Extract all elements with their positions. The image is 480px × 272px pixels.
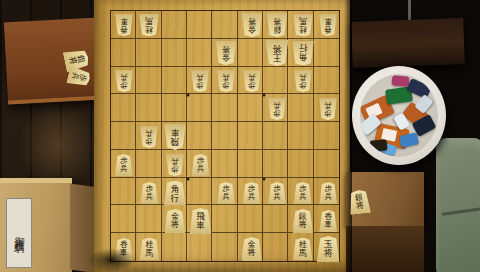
board-square[interactable] xyxy=(111,205,136,233)
board-square[interactable] xyxy=(111,39,136,67)
piece-kanji: 兵 xyxy=(222,73,230,81)
right-side-area xyxy=(350,0,480,272)
board-square[interactable] xyxy=(263,233,288,261)
shogi-piece-pawn-sente[interactable]: 歩兵 xyxy=(319,182,337,204)
board-square[interactable] xyxy=(314,39,339,67)
board-square[interactable] xyxy=(288,122,313,150)
board-square[interactable] xyxy=(263,67,288,95)
shogi-piece-pawn-sente[interactable]: 歩兵 xyxy=(294,182,312,204)
piece-kanji: 兵 xyxy=(324,101,332,109)
hoshi-dot xyxy=(263,178,266,181)
piece-kanji: 兵 xyxy=(248,193,256,201)
shogi-piece-pawn-sente[interactable]: 歩兵 xyxy=(140,182,158,204)
candy-wrapper xyxy=(392,75,410,87)
piece-kanji: 馬 xyxy=(145,249,153,258)
shogi-piece-king-sente[interactable]: 玉将 xyxy=(317,236,340,262)
piece-kanji: 兵 xyxy=(120,73,128,81)
board-square[interactable] xyxy=(162,39,187,67)
piece-kanji: 兵 xyxy=(299,193,307,201)
shogi-photo-scene: 御将棋駒 香車桂馬金将銀将桂馬香車金将王将角行歩兵歩兵歩兵歩兵歩兵歩兵歩兵歩兵飛… xyxy=(0,0,480,272)
piece-kanji: 車 xyxy=(324,221,332,229)
piece-kanji: 兵 xyxy=(273,193,281,201)
piece-kanji: 将 xyxy=(171,221,179,230)
komadai-front xyxy=(346,226,424,272)
floor-worn-patch xyxy=(18,100,98,190)
board-square[interactable] xyxy=(238,150,263,178)
piece-kanji: 兵 xyxy=(299,73,307,81)
board-square[interactable] xyxy=(212,94,237,122)
hoshi-dot xyxy=(263,94,266,97)
board-square[interactable] xyxy=(136,67,161,95)
shogi-piece-gold-gote[interactable]: 金将 xyxy=(216,41,237,65)
piece-kanji: 兵 xyxy=(248,73,256,81)
shogi-piece-rook-gote[interactable]: 飛車 xyxy=(164,124,186,150)
board-square[interactable] xyxy=(187,11,212,39)
piece-kanji: 将 xyxy=(248,17,256,26)
piece-kanji: 馬 xyxy=(145,17,153,26)
shogi-piece-gold-sente[interactable]: 金将 xyxy=(241,237,262,261)
floor-shadow xyxy=(88,248,136,272)
piece-kanji: 兵 xyxy=(197,73,205,81)
piece-kanji: 車 xyxy=(120,17,128,25)
shogi-piece-king-gote[interactable]: 王将 xyxy=(266,40,289,66)
shogi-piece-rook-sente[interactable]: 飛車 xyxy=(189,208,211,234)
board-square[interactable] xyxy=(212,233,237,261)
board-square[interactable] xyxy=(187,178,212,206)
board-square[interactable] xyxy=(111,94,136,122)
shogi-piece-pawn-sente[interactable]: 歩兵 xyxy=(217,182,235,204)
board-square[interactable] xyxy=(212,205,237,233)
board-square[interactable] xyxy=(314,67,339,95)
board-square[interactable] xyxy=(162,67,187,95)
candy-wrapper xyxy=(399,132,419,147)
shogi-piece-pawn-gote[interactable]: 歩兵 xyxy=(166,154,184,176)
shogi-piece-pawn-sente[interactable]: 歩兵 xyxy=(191,154,209,176)
piece-kanji: 桂 xyxy=(145,25,153,34)
board-square[interactable] xyxy=(263,205,288,233)
board-square[interactable] xyxy=(238,39,263,67)
shogi-piece-pawn-gote[interactable]: 歩兵 xyxy=(217,70,235,92)
piece-kanji: 兵 xyxy=(324,193,332,201)
piece-kanji: 馬 xyxy=(299,17,307,26)
piece-kanji: 将 xyxy=(248,249,256,258)
piece-kanji: 角 xyxy=(298,53,307,62)
board-square[interactable] xyxy=(111,122,136,150)
board-square[interactable] xyxy=(136,39,161,67)
piece-kanji: 将 xyxy=(273,44,282,54)
board-square[interactable] xyxy=(212,150,237,178)
shogi-piece-pawn-sente[interactable]: 歩兵 xyxy=(115,154,133,176)
candy-pile xyxy=(360,74,438,157)
piece-box-label-text: 御将棋駒 xyxy=(12,229,26,237)
piece-kanji: 兵 xyxy=(146,129,154,137)
board-square[interactable] xyxy=(238,94,263,122)
shogi-piece-bishop-sente[interactable]: 角行 xyxy=(164,181,186,206)
board-edge-shadow xyxy=(344,0,352,272)
board-square[interactable] xyxy=(162,11,187,39)
shogi-piece-knight-sente[interactable]: 桂馬 xyxy=(293,238,313,261)
board-square[interactable] xyxy=(136,150,161,178)
board-square[interactable] xyxy=(136,205,161,233)
hoshi-dot xyxy=(186,178,189,181)
board-square[interactable] xyxy=(238,205,263,233)
piece-kanji: 兵 xyxy=(70,71,80,80)
hoshi-dot xyxy=(186,94,189,97)
shogi-piece-pawn-sente[interactable]: 歩兵 xyxy=(268,182,286,204)
piece-kanji: 兵 xyxy=(146,193,154,201)
board-square[interactable] xyxy=(212,11,237,39)
piece-kanji: 将 xyxy=(324,249,333,259)
board-square[interactable] xyxy=(238,122,263,150)
shogi-piece-pawn-gote[interactable]: 歩兵 xyxy=(268,98,286,120)
piece-kanji: 兵 xyxy=(222,193,230,201)
board-square[interactable] xyxy=(187,233,212,261)
board-square[interactable] xyxy=(162,233,187,261)
candy-wrapper xyxy=(370,139,388,151)
board-square[interactable] xyxy=(187,122,212,150)
shogi-piece-silver-sente[interactable]: 銀将 xyxy=(292,209,313,233)
piece-kanji: 兵 xyxy=(120,165,128,173)
green-cushion xyxy=(436,138,480,272)
board-square[interactable] xyxy=(263,122,288,150)
piece-kanji: 車 xyxy=(196,221,205,230)
candy-bowl xyxy=(352,66,446,165)
piece-kanji: 車 xyxy=(171,128,180,137)
shogi-piece-lance-sente[interactable]: 香車 xyxy=(319,210,337,232)
piece-kanji: 兵 xyxy=(171,157,179,165)
board-square[interactable] xyxy=(187,39,212,67)
board-square[interactable] xyxy=(314,122,339,150)
board-square[interactable] xyxy=(212,122,237,150)
piece-kanji: 将 xyxy=(273,17,281,26)
piece-kanji: 馬 xyxy=(299,249,307,258)
piece-kanji: 兵 xyxy=(273,101,281,109)
piece-kanji: 行 xyxy=(171,193,180,202)
board-square[interactable] xyxy=(187,94,212,122)
piece-kanji: 行 xyxy=(298,44,307,53)
board-square[interactable] xyxy=(288,94,313,122)
board-square[interactable] xyxy=(162,94,187,122)
piece-kanji: 将 xyxy=(222,45,230,54)
piece-box-label: 御将棋駒 xyxy=(6,198,32,268)
piece-kanji: 兵 xyxy=(197,165,205,173)
shogi-piece-knight-sente[interactable]: 桂馬 xyxy=(139,238,159,261)
board-square[interactable] xyxy=(136,94,161,122)
board-square[interactable] xyxy=(111,178,136,206)
board-square[interactable] xyxy=(314,150,339,178)
board-square[interactable] xyxy=(263,150,288,178)
piece-kanji: 将 xyxy=(299,221,307,230)
shogi-piece-silver-gote[interactable]: 銀将 xyxy=(267,13,288,37)
shogi-piece-pawn-sente[interactable]: 歩兵 xyxy=(243,182,261,204)
piece-kanji: 将 xyxy=(356,201,365,210)
shogi-board: 香車桂馬金将銀将桂馬香車金将王将角行歩兵歩兵歩兵歩兵歩兵歩兵歩兵歩兵飛車歩兵歩兵… xyxy=(94,0,352,272)
piece-kanji: 桂 xyxy=(299,25,307,34)
piece-kanji: 車 xyxy=(324,17,332,25)
shogi-piece-gold-sente[interactable]: 金将 xyxy=(164,209,185,233)
piece-kanji: 将 xyxy=(67,56,77,66)
board-grid: 香車桂馬金将銀将桂馬香車金将王将角行歩兵歩兵歩兵歩兵歩兵歩兵歩兵歩兵飛車歩兵歩兵… xyxy=(110,10,340,262)
board-square[interactable] xyxy=(288,150,313,178)
